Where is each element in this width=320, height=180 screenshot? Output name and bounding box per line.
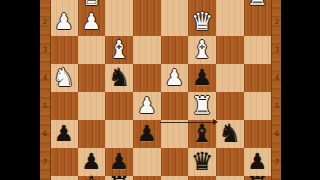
square-b1[interactable] <box>216 0 244 8</box>
square-d3[interactable] <box>161 36 189 64</box>
square-d8[interactable] <box>161 176 189 180</box>
square-d6[interactable] <box>161 120 189 148</box>
piece-black-pawn-e6[interactable]: ♟ <box>133 120 161 148</box>
square-e4[interactable] <box>133 64 161 92</box>
piece-white-bishop-c3[interactable]: ♝ <box>188 36 216 64</box>
square-h7[interactable] <box>50 148 78 176</box>
square-e1[interactable] <box>133 0 161 8</box>
square-g4[interactable] <box>78 64 106 92</box>
square-f3[interactable]: ♝ <box>105 36 133 64</box>
square-b5[interactable] <box>216 92 244 120</box>
square-e8[interactable] <box>133 176 161 180</box>
square-a8[interactable]: ♜ <box>244 176 272 180</box>
rank-label-left-4: 4 <box>40 75 50 82</box>
square-a3[interactable] <box>244 36 272 64</box>
square-c4[interactable]: ♟ <box>188 64 216 92</box>
square-a2[interactable] <box>244 8 272 36</box>
square-h1[interactable] <box>50 0 78 8</box>
square-g5[interactable] <box>78 92 106 120</box>
rank-label-left-2: 2 <box>40 19 50 26</box>
letterbox-left <box>0 0 40 180</box>
piece-white-knight-h4[interactable]: ♞ <box>50 64 78 92</box>
square-a6[interactable] <box>244 120 272 148</box>
piece-white-pawn-g2[interactable]: ♟ <box>78 8 106 36</box>
piece-black-knight-f4[interactable]: ♞ <box>105 64 133 92</box>
square-e3[interactable] <box>133 36 161 64</box>
square-a1[interactable]: ♜ <box>244 0 272 8</box>
square-g3[interactable] <box>78 36 106 64</box>
square-b7[interactable] <box>216 148 244 176</box>
square-b3[interactable] <box>216 36 244 64</box>
move-arrow <box>160 122 217 124</box>
piece-white-pawn-e5[interactable]: ♟ <box>133 92 161 120</box>
square-g6[interactable] <box>78 120 106 148</box>
square-f1[interactable] <box>105 0 133 8</box>
piece-black-rook-f8[interactable]: ♜ <box>105 172 133 180</box>
square-f4[interactable]: ♞ <box>105 64 133 92</box>
rank-label-left-5: 5 <box>40 103 50 110</box>
square-e2[interactable] <box>133 8 161 36</box>
square-h5[interactable] <box>50 92 78 120</box>
piece-black-queen-c7[interactable]: ♛ <box>188 148 216 176</box>
square-c6[interactable]: ♝ <box>188 120 216 148</box>
piece-white-pawn-d4[interactable]: ♟ <box>161 64 189 92</box>
square-h6[interactable]: ♟ <box>50 120 78 148</box>
piece-black-pawn-c4[interactable]: ♟ <box>188 64 216 92</box>
square-d5[interactable] <box>161 92 189 120</box>
piece-black-knight-b6[interactable]: ♞ <box>216 120 244 148</box>
piece-black-bishop-c6[interactable]: ♝ <box>188 120 216 148</box>
square-b6[interactable]: ♞ <box>216 120 244 148</box>
square-b2[interactable] <box>216 8 244 36</box>
rank-label-left-7: 7 <box>40 159 50 166</box>
square-a4[interactable] <box>244 64 272 92</box>
square-g8[interactable]: ♚ <box>78 176 106 180</box>
square-e6[interactable]: ♟ <box>133 120 161 148</box>
piece-white-rook-c5[interactable]: ♜ <box>188 92 216 120</box>
square-c3[interactable]: ♝ <box>188 36 216 64</box>
square-d7[interactable] <box>161 148 189 176</box>
square-e5[interactable]: ♟ <box>133 92 161 120</box>
square-c2[interactable]: ♛ <box>188 8 216 36</box>
square-g1[interactable]: ♚ <box>78 0 106 8</box>
piece-black-king-g8[interactable]: ♚ <box>78 172 106 180</box>
square-e7[interactable] <box>133 148 161 176</box>
square-f8[interactable]: ♜ <box>105 176 133 180</box>
square-d1[interactable] <box>161 0 189 8</box>
square-a5[interactable] <box>244 92 272 120</box>
square-c8[interactable] <box>188 176 216 180</box>
chess-board: ♚♜♟♟♛♝♝♞♞♟♟♟♜♟♟♝♞♟♟♛♟♚♜♜ <box>50 0 271 180</box>
piece-white-bishop-f3[interactable]: ♝ <box>105 36 133 64</box>
square-d2[interactable] <box>161 8 189 36</box>
square-h3[interactable] <box>50 36 78 64</box>
piece-black-pawn-h6[interactable]: ♟ <box>50 120 78 148</box>
piece-white-pawn-h2[interactable]: ♟ <box>50 8 78 36</box>
square-f5[interactable] <box>105 92 133 120</box>
arrow-head-icon <box>213 119 218 125</box>
square-g2[interactable]: ♟ <box>78 8 106 36</box>
square-b4[interactable] <box>216 64 244 92</box>
rank-label-left-3: 3 <box>40 47 50 54</box>
piece-black-rook-a8[interactable]: ♜ <box>244 172 272 180</box>
video-frame: ♚♜♟♟♛♝♝♞♞♟♟♟♜♟♟♝♞♟♟♛♟♚♜♜ 12345678 123456… <box>0 0 320 180</box>
square-b8[interactable] <box>216 176 244 180</box>
square-f6[interactable] <box>105 120 133 148</box>
square-d4[interactable]: ♟ <box>161 64 189 92</box>
rank-label-left-6: 6 <box>40 131 50 138</box>
board-frame-left: 12345678 <box>40 0 51 180</box>
letterbox-right <box>281 0 320 180</box>
square-h4[interactable]: ♞ <box>50 64 78 92</box>
square-c7[interactable]: ♛ <box>188 148 216 176</box>
square-f2[interactable] <box>105 8 133 36</box>
piece-white-queen-c2[interactable]: ♛ <box>188 8 216 36</box>
square-h2[interactable]: ♟ <box>50 8 78 36</box>
square-c5[interactable]: ♜ <box>188 92 216 120</box>
square-h8[interactable] <box>50 176 78 180</box>
